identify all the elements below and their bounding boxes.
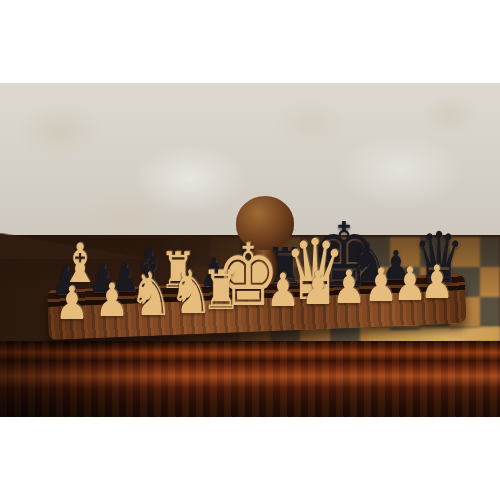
letterbox-top [0, 0, 500, 83]
chess-set-photo: ♟♝♟♟♝♜♟♜♚♞♟♛♚♛♟♟♞♞♜♟♟♟♟♟♟ [0, 83, 500, 417]
photo-canvas: ♟♝♟♟♝♜♟♜♚♞♟♛♚♛♟♟♞♞♜♟♟♟♟♟♟ [0, 0, 500, 500]
white-pawn[interactable]: ♟ [53, 280, 91, 326]
white-pawn[interactable]: ♟ [418, 259, 456, 305]
letterbox-bottom [0, 417, 500, 500]
white-pawn[interactable]: ♟ [264, 267, 302, 313]
table-edge-shadow [0, 341, 180, 417]
white-rook[interactable]: ♜ [199, 264, 243, 318]
white-pawn[interactable]: ♟ [93, 277, 131, 323]
